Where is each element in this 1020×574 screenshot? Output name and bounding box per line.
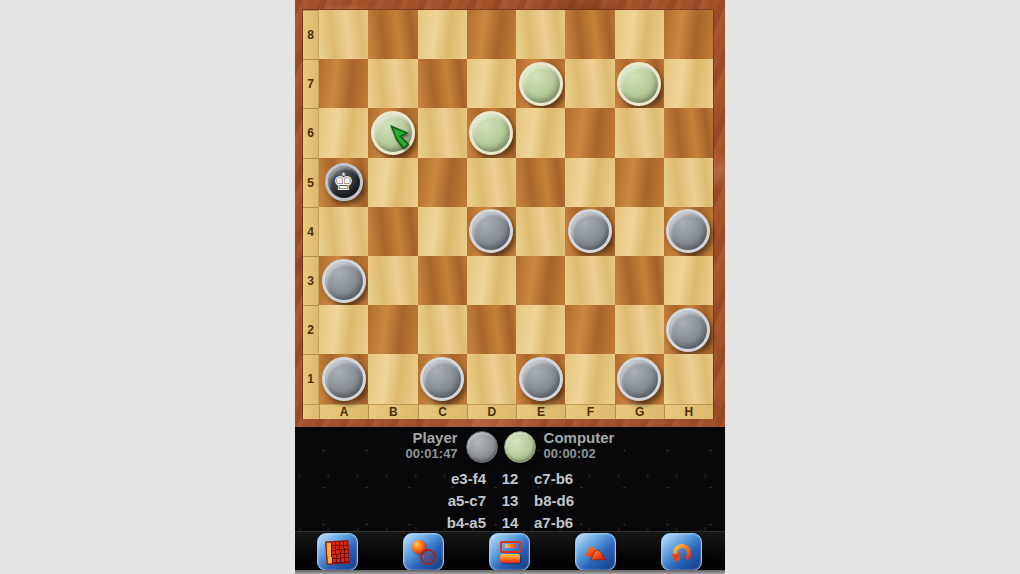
square-c4[interactable]: [418, 207, 467, 256]
square-g2[interactable]: [615, 305, 664, 354]
gray-man[interactable]: [568, 209, 612, 253]
square-d2[interactable]: [467, 305, 516, 354]
square-d4[interactable]: [467, 207, 516, 256]
square-b5[interactable]: [368, 158, 417, 207]
square-e4[interactable]: [516, 207, 565, 256]
square-g5[interactable]: [615, 158, 664, 207]
gray-man[interactable]: [469, 209, 513, 253]
square-h5[interactable]: [664, 158, 713, 207]
square-c3[interactable]: [418, 256, 467, 305]
file-label-H: H: [664, 404, 713, 419]
undo-button[interactable]: [661, 533, 702, 571]
move-number: 12: [486, 468, 534, 490]
square-a4[interactable]: [319, 207, 368, 256]
square-b2[interactable]: [368, 305, 417, 354]
player-clock: 00:01:47: [406, 446, 458, 461]
file-label-D: D: [467, 404, 516, 419]
bottom-bar: [295, 570, 725, 574]
rank-label-1: 1: [303, 354, 319, 403]
rank-label-2: 2: [303, 305, 319, 354]
square-a3[interactable]: [319, 256, 368, 305]
square-e6[interactable]: [516, 108, 565, 157]
square-c6[interactable]: [418, 108, 467, 157]
square-h7[interactable]: [664, 59, 713, 108]
gray-man[interactable]: [322, 259, 366, 303]
green-man[interactable]: [519, 62, 563, 106]
square-h6[interactable]: [664, 108, 713, 157]
square-f8[interactable]: [565, 10, 614, 59]
file-label-F: F: [565, 404, 614, 419]
rank-label-6: 6: [303, 108, 319, 157]
screen: 8765♚4321ABCDEFGH Player 00:01:47 Comput…: [0, 0, 1020, 574]
square-h4[interactable]: [664, 207, 713, 256]
file-label-B: B: [368, 404, 417, 419]
square-e1[interactable]: [516, 354, 565, 403]
file-label-E: E: [516, 404, 565, 419]
green-man[interactable]: [469, 111, 513, 155]
square-f2[interactable]: [565, 305, 614, 354]
square-d3[interactable]: [467, 256, 516, 305]
computer-label: Computer: [544, 430, 615, 446]
square-b4[interactable]: [368, 207, 417, 256]
square-f5[interactable]: [565, 158, 614, 207]
board-frame: 8765♚4321ABCDEFGH: [295, 0, 725, 427]
gray-man[interactable]: [666, 308, 710, 352]
square-e3[interactable]: [516, 256, 565, 305]
square-d1[interactable]: [467, 354, 516, 403]
file-label-A: A: [319, 404, 368, 419]
move-number: 13: [486, 490, 534, 512]
player-move: b4-a5: [414, 512, 486, 531]
square-e7[interactable]: [516, 59, 565, 108]
square-c5[interactable]: [418, 158, 467, 207]
square-g7[interactable]: [615, 59, 664, 108]
square-d5[interactable]: [467, 158, 516, 207]
square-d8[interactable]: [467, 10, 516, 59]
square-e8[interactable]: [516, 10, 565, 59]
square-a1[interactable]: [319, 354, 368, 403]
square-c2[interactable]: [418, 305, 467, 354]
computer-move: c7-b6: [534, 468, 606, 490]
ball-and-ring-icon: [411, 540, 436, 565]
square-a7[interactable]: [319, 59, 368, 108]
computer-move: b8-d6: [534, 490, 606, 512]
save-disk-icon: [498, 540, 522, 564]
square-d6[interactable]: [467, 108, 516, 157]
square-g8[interactable]: [615, 10, 664, 59]
computer-clock: 00:00:02: [544, 446, 615, 461]
square-g6[interactable]: [615, 108, 664, 157]
player-piece-icon: [466, 431, 498, 463]
player-block: Player 00:01:47: [406, 430, 458, 461]
square-b7[interactable]: [368, 59, 417, 108]
square-c8[interactable]: [418, 10, 467, 59]
square-a2[interactable]: [319, 305, 368, 354]
square-h8[interactable]: [664, 10, 713, 59]
move-row: b4-a514a7-b6: [295, 512, 725, 531]
player-move: e3-f4: [414, 468, 486, 490]
square-a5[interactable]: ♚: [319, 158, 368, 207]
toolbar: [295, 531, 725, 574]
clocks-row: Player 00:01:47 Computer 00:00:02: [295, 430, 725, 463]
rank-label-8: 8: [303, 10, 319, 59]
pieces-button[interactable]: [403, 533, 444, 571]
square-h3[interactable]: [664, 256, 713, 305]
file-label-G: G: [615, 404, 664, 419]
computer-move: a7-b6: [534, 512, 606, 531]
checkers-app: 8765♚4321ABCDEFGH Player 00:01:47 Comput…: [295, 0, 725, 574]
selection-cursor-icon: [388, 123, 415, 152]
square-b6[interactable]: [368, 108, 417, 157]
square-c1[interactable]: [418, 354, 467, 403]
square-h2[interactable]: [664, 305, 713, 354]
green-man[interactable]: [617, 62, 661, 106]
square-g1[interactable]: [615, 354, 664, 403]
move-number: 14: [486, 512, 534, 531]
rank-label-3: 3: [303, 256, 319, 305]
red-grid-icon: [325, 540, 350, 565]
square-e2[interactable]: [516, 305, 565, 354]
hint-button[interactable]: [575, 533, 616, 571]
mountains-icon: [583, 540, 608, 565]
square-f3[interactable]: [565, 256, 614, 305]
label-corner: [303, 404, 319, 419]
gray-man[interactable]: [666, 209, 710, 253]
player-move: a5-c7: [414, 490, 486, 512]
move-row: e3-f412c7-b6: [295, 468, 725, 490]
square-c7[interactable]: [418, 59, 467, 108]
rank-label-4: 4: [303, 207, 319, 256]
gray-man[interactable]: [519, 357, 563, 401]
square-b3[interactable]: [368, 256, 417, 305]
square-b8[interactable]: [368, 10, 417, 59]
square-g4[interactable]: [615, 207, 664, 256]
rank-label-7: 7: [303, 59, 319, 108]
checkers-board: 8765♚4321ABCDEFGH: [302, 9, 714, 419]
rank-label-5: 5: [303, 158, 319, 207]
square-e5[interactable]: [516, 158, 565, 207]
square-f1[interactable]: [565, 354, 614, 403]
square-a6[interactable]: [319, 108, 368, 157]
square-f7[interactable]: [565, 59, 614, 108]
undo-arrow-icon: [669, 539, 695, 565]
square-g3[interactable]: [615, 256, 664, 305]
computer-piece-icon: [504, 431, 536, 463]
square-a8[interactable]: [319, 10, 368, 59]
gray-man[interactable]: [617, 357, 661, 401]
move-list: e3-f412c7-b6a5-c713b8-d6b4-a514a7-b6: [295, 468, 725, 531]
gray-king[interactable]: ♚: [325, 163, 363, 201]
board-button[interactable]: [317, 533, 358, 571]
square-b1[interactable]: [368, 354, 417, 403]
file-label-C: C: [418, 404, 467, 419]
gray-man[interactable]: [420, 357, 464, 401]
move-row: a5-c713b8-d6: [295, 490, 725, 512]
player-label: Player: [406, 430, 458, 446]
square-f4[interactable]: [565, 207, 614, 256]
status-panel: Player 00:01:47 Computer 00:00:02 e3-f41…: [295, 427, 725, 531]
save-button[interactable]: [489, 533, 530, 571]
square-h1[interactable]: [664, 354, 713, 403]
computer-block: Computer 00:00:02: [544, 430, 615, 461]
gray-man[interactable]: [322, 357, 366, 401]
square-d7[interactable]: [467, 59, 516, 108]
square-f6[interactable]: [565, 108, 614, 157]
